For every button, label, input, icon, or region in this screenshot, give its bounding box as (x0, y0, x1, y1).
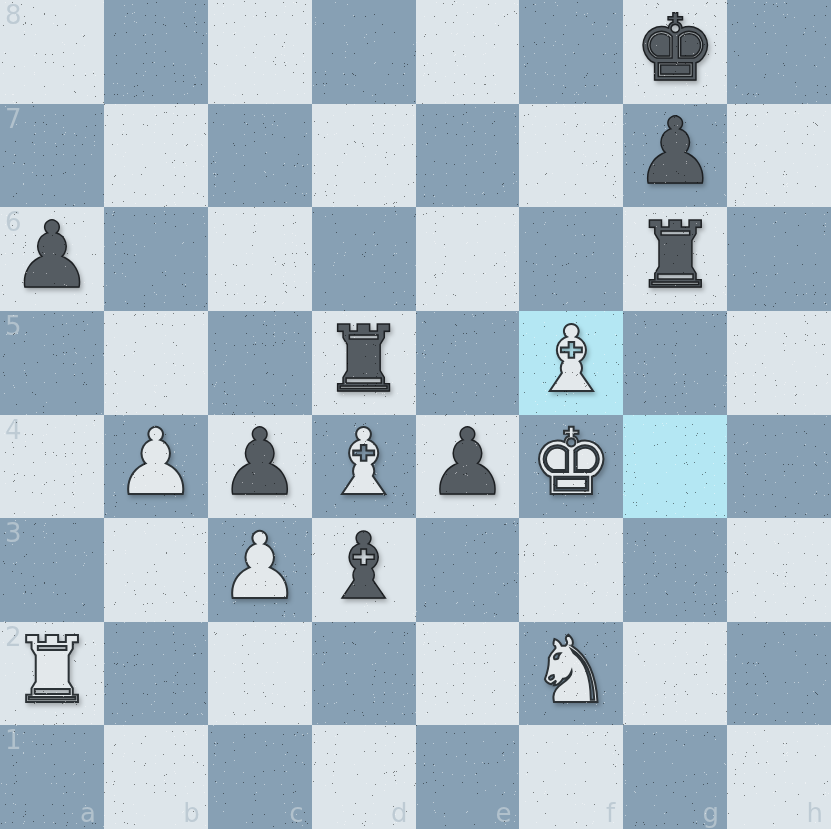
rank-label-3: 3 (5, 520, 22, 546)
square-d1[interactable]: d (312, 725, 416, 829)
square-c1[interactable]: c (208, 725, 312, 829)
square-h4[interactable] (727, 415, 831, 519)
chess-board: 8♚7♟6♟♜5♜♝4♟♟♝♟♚3♟♝2♜♞1abcdefgh (0, 0, 831, 829)
file-label-e: e (495, 800, 511, 826)
white-pawn-c3[interactable]: ♟ (218, 521, 300, 613)
square-a1[interactable]: 1a (0, 725, 104, 829)
square-f2[interactable]: ♞ (519, 622, 623, 726)
square-g5[interactable] (623, 311, 727, 415)
file-label-a: a (80, 800, 96, 826)
square-c4[interactable]: ♟ (208, 415, 312, 519)
rank-label-7: 7 (5, 106, 22, 132)
square-b3[interactable] (104, 518, 208, 622)
black-pawn-c4[interactable]: ♟ (218, 417, 300, 509)
white-king-f4[interactable]: ♚ (530, 417, 612, 509)
square-f1[interactable]: f (519, 725, 623, 829)
square-h5[interactable] (727, 311, 831, 415)
file-label-h: h (807, 800, 823, 826)
square-g6[interactable]: ♜ (623, 207, 727, 311)
black-pawn-e4[interactable]: ♟ (426, 417, 508, 509)
square-e5[interactable] (416, 311, 520, 415)
rank-label-1: 1 (5, 727, 22, 753)
square-c5[interactable] (208, 311, 312, 415)
square-b5[interactable] (104, 311, 208, 415)
chess-board-area: 8♚7♟6♟♜5♜♝4♟♟♝♟♚3♟♝2♜♞1abcdefgh (0, 0, 831, 829)
square-c2[interactable] (208, 622, 312, 726)
file-label-b: b (183, 800, 200, 826)
square-a4[interactable]: 4 (0, 415, 104, 519)
square-b1[interactable]: b (104, 725, 208, 829)
square-g4[interactable] (623, 415, 727, 519)
rank-label-4: 4 (5, 417, 22, 443)
rank-label-8: 8 (5, 2, 22, 28)
black-pawn-g7[interactable]: ♟ (634, 106, 716, 198)
square-f3[interactable] (519, 518, 623, 622)
square-d3[interactable]: ♝ (312, 518, 416, 622)
square-a3[interactable]: 3 (0, 518, 104, 622)
square-d7[interactable] (312, 104, 416, 208)
square-f4[interactable]: ♚ (519, 415, 623, 519)
square-g7[interactable]: ♟ (623, 104, 727, 208)
black-rook-d5[interactable]: ♜ (322, 314, 404, 406)
square-h7[interactable] (727, 104, 831, 208)
square-g1[interactable]: g (623, 725, 727, 829)
square-e6[interactable] (416, 207, 520, 311)
square-h8[interactable] (727, 0, 831, 104)
square-b2[interactable] (104, 622, 208, 726)
square-e1[interactable]: e (416, 725, 520, 829)
square-g8[interactable]: ♚ (623, 0, 727, 104)
square-f7[interactable] (519, 104, 623, 208)
square-f5[interactable]: ♝ (519, 311, 623, 415)
square-f8[interactable] (519, 0, 623, 104)
square-b7[interactable] (104, 104, 208, 208)
square-e2[interactable] (416, 622, 520, 726)
black-rook-g6[interactable]: ♜ (634, 210, 716, 302)
white-bishop-d4[interactable]: ♝ (322, 417, 404, 509)
square-f6[interactable] (519, 207, 623, 311)
file-label-g: g (703, 800, 720, 826)
square-a2[interactable]: 2♜ (0, 622, 104, 726)
square-g2[interactable] (623, 622, 727, 726)
black-pawn-a6[interactable]: ♟ (11, 210, 93, 302)
file-label-d: d (391, 800, 408, 826)
file-label-c: c (289, 800, 303, 826)
square-c7[interactable] (208, 104, 312, 208)
white-pawn-b4[interactable]: ♟ (115, 417, 197, 509)
rank-label-5: 5 (5, 313, 22, 339)
white-knight-f2[interactable]: ♞ (530, 625, 612, 717)
square-b8[interactable] (104, 0, 208, 104)
square-d2[interactable] (312, 622, 416, 726)
square-d5[interactable]: ♜ (312, 311, 416, 415)
square-d4[interactable]: ♝ (312, 415, 416, 519)
black-bishop-d3[interactable]: ♝ (322, 521, 404, 613)
black-king-g8[interactable]: ♚ (634, 3, 716, 95)
square-a8[interactable]: 8 (0, 0, 104, 104)
square-h3[interactable] (727, 518, 831, 622)
square-h6[interactable] (727, 207, 831, 311)
square-a6[interactable]: 6♟ (0, 207, 104, 311)
square-a5[interactable]: 5 (0, 311, 104, 415)
square-c6[interactable] (208, 207, 312, 311)
white-rook-a2[interactable]: ♜ (11, 625, 93, 717)
square-h2[interactable] (727, 622, 831, 726)
white-bishop-f5[interactable]: ♝ (530, 314, 612, 406)
file-label-f: f (606, 800, 615, 826)
square-c3[interactable]: ♟ (208, 518, 312, 622)
square-h1[interactable]: h (727, 725, 831, 829)
square-g3[interactable] (623, 518, 727, 622)
square-e7[interactable] (416, 104, 520, 208)
square-d6[interactable] (312, 207, 416, 311)
square-b4[interactable]: ♟ (104, 415, 208, 519)
square-a7[interactable]: 7 (0, 104, 104, 208)
square-c8[interactable] (208, 0, 312, 104)
square-e8[interactable] (416, 0, 520, 104)
square-d8[interactable] (312, 0, 416, 104)
square-e3[interactable] (416, 518, 520, 622)
square-b6[interactable] (104, 207, 208, 311)
square-e4[interactable]: ♟ (416, 415, 520, 519)
